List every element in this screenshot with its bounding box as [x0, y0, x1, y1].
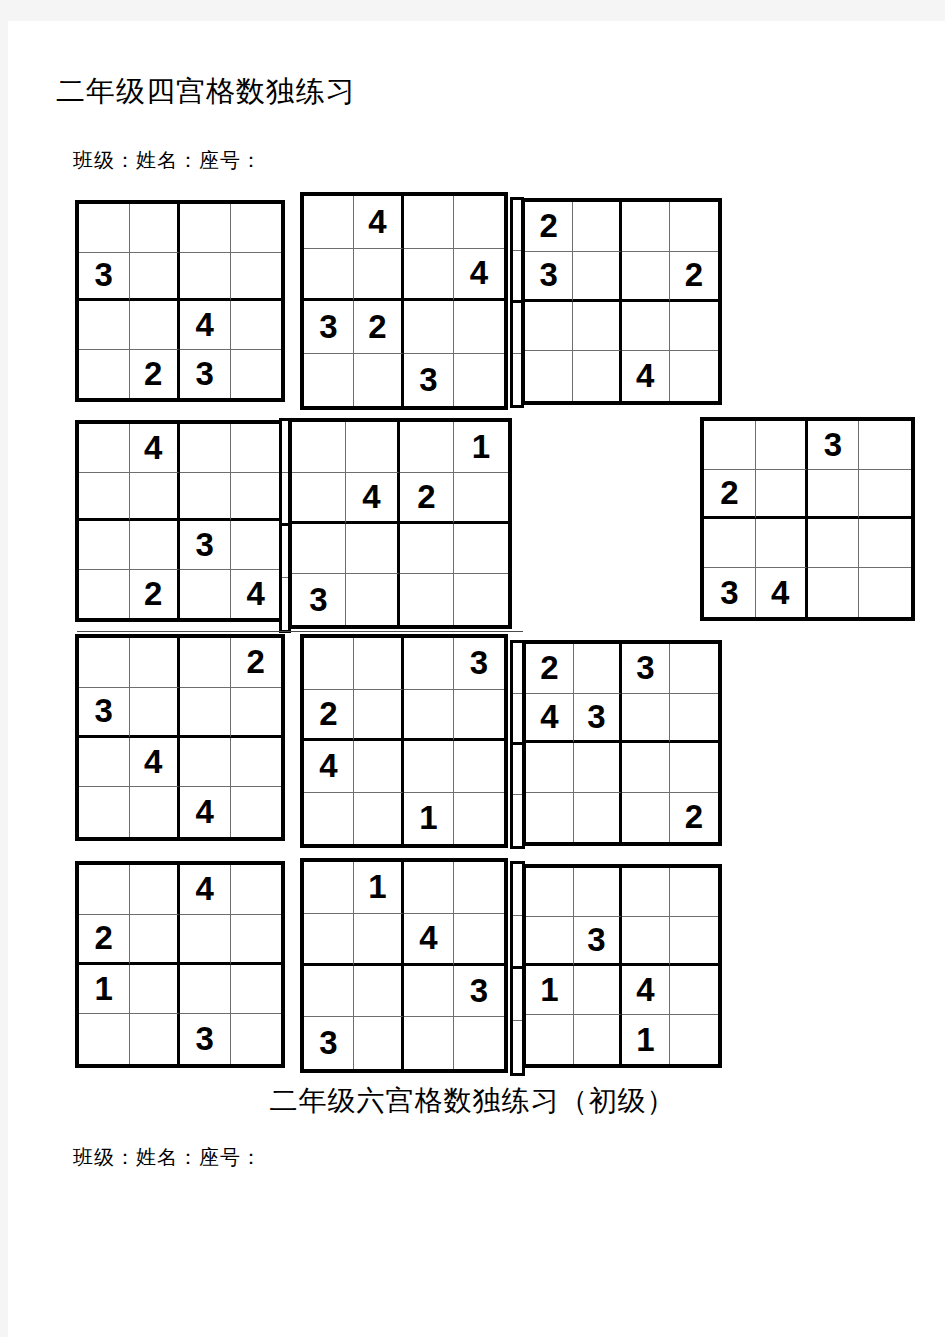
- sudoku-cell-r3c3: [404, 301, 454, 354]
- sudoku-cell-r2c1: [526, 917, 574, 966]
- class-name-seat-line-top: 班级：姓名：座号：: [73, 148, 262, 172]
- sudoku-cell-r3c2: [574, 966, 622, 1015]
- sudoku-cell-r2c1: 2: [304, 690, 354, 742]
- overlap-strip-segment: [513, 864, 522, 916]
- sudoku-cell-r4c2: [354, 1017, 404, 1069]
- sudoku-cell-r2c2: [354, 249, 404, 302]
- sudoku-cell-r4c2: [346, 574, 400, 625]
- sudoku-cell-r2c2: 3: [574, 917, 622, 966]
- sudoku-cell-r4c3: 3: [180, 350, 231, 399]
- overlap-strip-segment: [513, 354, 521, 405]
- sudoku-grid-1: 3423: [75, 200, 285, 402]
- sudoku-cell-r4c3: 3: [180, 1014, 231, 1064]
- sudoku-cell-r3c1: [79, 301, 130, 350]
- sudoku-cell-r2c2: 3: [574, 694, 622, 744]
- sudoku-cell-r3c1: [704, 519, 756, 568]
- sudoku-cell-r1c4: [454, 862, 504, 914]
- overlap-strip-segment: [282, 578, 288, 630]
- sudoku-cell-r1c2: [573, 202, 621, 252]
- overlap-strip-4: [510, 861, 525, 1076]
- sudoku-cell-r2c1: 2: [79, 915, 130, 965]
- sudoku-cell-r4c2: [130, 1014, 181, 1064]
- sudoku-cell-r2c3: [180, 473, 231, 522]
- sudoku-cell-r1c1: [79, 424, 130, 473]
- sudoku-cell-r3c4: [454, 741, 504, 793]
- sudoku-cell-r3c1: [79, 738, 130, 788]
- sudoku-cell-r3c3: [622, 743, 670, 793]
- sudoku-cell-r1c1: 2: [526, 644, 574, 694]
- sudoku-cell-r2c1: [304, 914, 354, 966]
- sudoku-cell-r3c3: 3: [180, 521, 231, 570]
- sudoku-cell-r2c3: [180, 688, 231, 738]
- sudoku-cell-r2c4: 2: [670, 252, 718, 302]
- sudoku-cell-r2c1: [292, 473, 346, 524]
- sudoku-cell-r3c2: 2: [354, 301, 404, 354]
- sudoku-cell-r3c2: [346, 524, 400, 575]
- overlap-strip-segment: [513, 969, 522, 1021]
- sudoku-cell-r1c3: 3: [808, 421, 860, 470]
- sudoku-cell-r1c4: [231, 204, 282, 253]
- sudoku-cell-r4c1: [526, 793, 574, 843]
- sudoku-cell-r3c1: 1: [526, 966, 574, 1015]
- sudoku-cell-r3c4: [670, 302, 718, 352]
- sudoku-cell-r4c4: [231, 350, 282, 399]
- sudoku-cell-r2c2: [756, 470, 808, 519]
- sudoku-cell-r2c2: [130, 253, 181, 302]
- sudoku-cell-r3c3: [180, 738, 231, 788]
- sudoku-cell-r4c3: 4: [180, 787, 231, 837]
- sudoku-cell-r4c4: [454, 1017, 504, 1069]
- sudoku-cell-r3c4: 3: [454, 966, 504, 1018]
- sudoku-cell-r1c4: [231, 424, 282, 473]
- sudoku-cell-r3c1: 1: [79, 965, 130, 1015]
- sudoku-cell-r4c1: [79, 787, 130, 837]
- sudoku-cell-r2c4: [670, 694, 718, 744]
- class-name-seat-line-bottom: 班级：姓名：座号：: [73, 1145, 262, 1169]
- sudoku-cell-r2c3: 4: [404, 914, 454, 966]
- sudoku-cell-r3c3: [400, 524, 454, 575]
- page-title-bottom: 二年级六宫格数独练习（初级）: [0, 1086, 945, 1117]
- overlap-strip-segment: [513, 1021, 522, 1073]
- sudoku-cell-r4c2: 4: [756, 568, 808, 617]
- sudoku-cell-r1c2: 1: [354, 862, 404, 914]
- sudoku-cell-r1c3: [404, 638, 454, 690]
- sudoku-cell-r1c2: 4: [130, 424, 181, 473]
- sudoku-cell-r4c3: 4: [622, 351, 670, 401]
- sudoku-cell-r2c3: 2: [400, 473, 454, 524]
- sudoku-cell-r4c3: [808, 568, 860, 617]
- sudoku-cell-r3c4: [231, 738, 282, 788]
- overlap-strip-segment: [513, 745, 522, 796]
- sudoku-grid-8: 3241: [300, 634, 508, 848]
- sudoku-cell-r2c4: 4: [454, 249, 504, 302]
- sudoku-grid-10: 4213: [75, 861, 285, 1068]
- sudoku-cell-r4c3: [404, 1017, 454, 1069]
- sudoku-cell-r2c1: 3: [79, 253, 130, 302]
- sudoku-cell-r1c2: [346, 422, 400, 473]
- sudoku-cell-r1c3: [622, 868, 670, 917]
- sudoku-cell-r4c4: [454, 574, 508, 625]
- sudoku-cell-r4c2: [130, 787, 181, 837]
- sudoku-cell-r1c2: [130, 638, 181, 688]
- sudoku-cell-r3c4: [454, 524, 508, 575]
- sudoku-cell-r2c2: [354, 914, 404, 966]
- sudoku-cell-r3c1: [526, 743, 574, 793]
- sudoku-cell-r4c1: 3: [704, 568, 756, 617]
- sudoku-cell-r1c1: [79, 638, 130, 688]
- sudoku-cell-r2c4: [231, 473, 282, 522]
- sudoku-cell-r4c4: 2: [670, 793, 718, 843]
- sudoku-cell-r2c1: [79, 473, 130, 522]
- sudoku-cell-r1c1: [292, 422, 346, 473]
- sudoku-cell-r1c4: 1: [454, 422, 508, 473]
- sudoku-cell-r1c4: 3: [454, 638, 504, 690]
- overlap-strip-segment: [513, 251, 521, 302]
- sudoku-cell-r1c4: [859, 421, 911, 470]
- sudoku-cell-r4c3: [180, 570, 231, 619]
- sudoku-cell-r3c4: [231, 965, 282, 1015]
- sudoku-cell-r2c4: [231, 688, 282, 738]
- sudoku-cell-r2c1: 2: [704, 470, 756, 519]
- table-edge-artifact: [77, 631, 523, 632]
- sudoku-cell-r2c1: 4: [526, 694, 574, 744]
- sudoku-grid-3: 2324: [521, 198, 722, 405]
- sudoku-cell-r1c3: [404, 196, 454, 249]
- sudoku-cell-r2c4: [670, 917, 718, 966]
- sudoku-cell-r1c1: [304, 638, 354, 690]
- sudoku-grid-12: 3141: [522, 864, 722, 1068]
- sudoku-cell-r3c4: [454, 301, 504, 354]
- sudoku-cell-r4c4: [454, 793, 504, 845]
- sudoku-cell-r4c1: [304, 354, 354, 407]
- sudoku-cell-r3c3: [404, 741, 454, 793]
- sudoku-cell-r4c1: [79, 350, 130, 399]
- overlap-strip-2: [279, 418, 291, 633]
- viewer-margin-top: [0, 0, 945, 21]
- sudoku-grid-4: 4324: [75, 420, 285, 622]
- sudoku-cell-r1c4: [231, 865, 282, 915]
- sudoku-cell-r3c2: [574, 743, 622, 793]
- sudoku-cell-r4c3: 1: [404, 793, 454, 845]
- sudoku-cell-r3c3: 4: [180, 301, 231, 350]
- sudoku-cell-r1c4: [454, 196, 504, 249]
- sudoku-cell-r2c3: [404, 249, 454, 302]
- sudoku-cell-r3c4: [231, 521, 282, 570]
- sudoku-grid-7: 2344: [75, 634, 285, 841]
- sudoku-cell-r1c2: [574, 644, 622, 694]
- sudoku-cell-r1c3: [622, 202, 670, 252]
- sudoku-cell-r3c3: [622, 302, 670, 352]
- overlap-strip-segment: [282, 526, 288, 578]
- sudoku-cell-r3c4: [231, 301, 282, 350]
- sudoku-cell-r2c3: [180, 915, 231, 965]
- sudoku-cell-r3c4: [670, 966, 718, 1015]
- overlap-strip-3: [510, 640, 525, 849]
- sudoku-cell-r4c2: 2: [130, 570, 181, 619]
- sudoku-cell-r4c2: [354, 354, 404, 407]
- sudoku-cell-r1c1: [526, 868, 574, 917]
- sudoku-cell-r2c3: [404, 690, 454, 742]
- sudoku-cell-r1c4: [670, 202, 718, 252]
- sudoku-cell-r4c4: [859, 568, 911, 617]
- sudoku-cell-r2c4: [859, 470, 911, 519]
- sudoku-cell-r1c4: [670, 868, 718, 917]
- sudoku-cell-r1c2: [574, 868, 622, 917]
- sudoku-grid-11: 1433: [300, 858, 508, 1073]
- sudoku-cell-r4c2: [354, 793, 404, 845]
- sudoku-cell-r1c4: [670, 644, 718, 694]
- sudoku-cell-r4c1: [526, 1015, 574, 1064]
- sudoku-cell-r2c2: 4: [346, 473, 400, 524]
- sudoku-cell-r3c2: [130, 965, 181, 1015]
- sudoku-cell-r4c4: [231, 1014, 282, 1064]
- sudoku-cell-r2c3: [622, 917, 670, 966]
- sudoku-cell-r3c1: [292, 524, 346, 575]
- sudoku-cell-r3c1: 4: [304, 741, 354, 793]
- sudoku-cell-r4c4: [231, 787, 282, 837]
- sudoku-cell-r2c4: [231, 253, 282, 302]
- sudoku-cell-r3c2: [130, 301, 181, 350]
- sudoku-cell-r3c4: [859, 519, 911, 568]
- sudoku-cell-r1c3: 3: [622, 644, 670, 694]
- sudoku-cell-r1c2: [756, 421, 808, 470]
- sudoku-cell-r4c3: [400, 574, 454, 625]
- overlap-strip-segment: [513, 643, 522, 694]
- sudoku-cell-r2c1: [304, 249, 354, 302]
- sudoku-cell-r4c1: 3: [292, 574, 346, 625]
- sudoku-cell-r1c2: [354, 638, 404, 690]
- sudoku-cell-r3c2: [130, 521, 181, 570]
- sudoku-cell-r2c3: [622, 694, 670, 744]
- sudoku-cell-r1c3: [180, 424, 231, 473]
- overlap-strip-1: [510, 197, 524, 408]
- sudoku-cell-r3c3: [808, 519, 860, 568]
- sudoku-cell-r1c1: [304, 196, 354, 249]
- sudoku-cell-r1c3: [404, 862, 454, 914]
- sudoku-cell-r2c3: [622, 252, 670, 302]
- sudoku-cell-r3c3: [404, 966, 454, 1018]
- sudoku-cell-r1c3: 4: [180, 865, 231, 915]
- sudoku-cell-r2c1: 3: [79, 688, 130, 738]
- sudoku-cell-r4c3: 3: [404, 354, 454, 407]
- sudoku-cell-r4c1: [304, 793, 354, 845]
- sudoku-cell-r1c2: [130, 204, 181, 253]
- sudoku-cell-r2c3: [180, 253, 231, 302]
- sudoku-cell-r3c2: [354, 741, 404, 793]
- sudoku-cell-r1c3: [400, 422, 454, 473]
- overlap-strip-segment: [513, 795, 522, 846]
- sudoku-cell-r2c1: 3: [525, 252, 573, 302]
- sudoku-cell-r1c3: [180, 204, 231, 253]
- sudoku-cell-r2c4: [231, 915, 282, 965]
- sudoku-cell-r1c1: [79, 865, 130, 915]
- sudoku-cell-r3c3: 4: [622, 966, 670, 1015]
- sudoku-cell-r4c1: [79, 1014, 130, 1064]
- sudoku-cell-r1c2: 4: [354, 196, 404, 249]
- sudoku-cell-r1c4: 2: [231, 638, 282, 688]
- sudoku-cell-r4c2: 2: [130, 350, 181, 399]
- sudoku-cell-r1c3: [180, 638, 231, 688]
- sudoku-cell-r3c4: [670, 743, 718, 793]
- sudoku-cell-r3c2: 4: [130, 738, 181, 788]
- sudoku-cell-r4c1: 3: [304, 1017, 354, 1069]
- sudoku-cell-r1c1: [304, 862, 354, 914]
- sudoku-cell-r2c4: [454, 473, 508, 524]
- sudoku-cell-r4c1: [525, 351, 573, 401]
- overlap-strip-segment: [282, 421, 288, 473]
- page-title-top: 二年级四宫格数独练习: [56, 76, 356, 108]
- sudoku-cell-r1c1: [704, 421, 756, 470]
- sudoku-cell-r1c2: [130, 865, 181, 915]
- sudoku-cell-r3c2: [354, 966, 404, 1018]
- sudoku-cell-r4c4: [454, 354, 504, 407]
- sudoku-cell-r1c1: [79, 204, 130, 253]
- sudoku-grid-2: 44323: [300, 192, 508, 410]
- sudoku-grid-5: 1423: [288, 418, 512, 629]
- sudoku-cell-r4c4: 4: [231, 570, 282, 619]
- sudoku-cell-r3c2: [756, 519, 808, 568]
- viewer-margin-left: [0, 0, 8, 1337]
- overlap-strip-segment: [513, 916, 522, 968]
- sudoku-cell-r3c1: [525, 302, 573, 352]
- sudoku-cell-r3c3: [180, 965, 231, 1015]
- sudoku-cell-r3c1: [79, 521, 130, 570]
- sudoku-cell-r2c4: [454, 914, 504, 966]
- sudoku-grid-9: 23432: [522, 640, 722, 846]
- sudoku-cell-r4c3: 1: [622, 1015, 670, 1064]
- sudoku-cell-r2c2: [130, 915, 181, 965]
- sudoku-cell-r2c2: [354, 690, 404, 742]
- sudoku-cell-r1c1: 2: [525, 202, 573, 252]
- sudoku-cell-r3c2: [573, 302, 621, 352]
- sudoku-cell-r2c2: [130, 473, 181, 522]
- sudoku-cell-r2c2: [573, 252, 621, 302]
- sudoku-cell-r4c1: [79, 570, 130, 619]
- sudoku-cell-r3c1: 3: [304, 301, 354, 354]
- sudoku-cell-r3c1: [304, 966, 354, 1018]
- overlap-strip-segment: [282, 473, 288, 525]
- sudoku-grid-6: 3234: [700, 417, 915, 621]
- overlap-strip-segment: [513, 694, 522, 745]
- sudoku-cell-r2c4: [454, 690, 504, 742]
- sudoku-cell-r4c2: [573, 351, 621, 401]
- sudoku-cell-r2c3: [808, 470, 860, 519]
- sudoku-cell-r4c2: [574, 793, 622, 843]
- sudoku-cell-r4c4: [670, 1015, 718, 1064]
- sudoku-cell-r4c3: [622, 793, 670, 843]
- sudoku-cell-r2c2: [130, 688, 181, 738]
- sudoku-cell-r4c4: [670, 351, 718, 401]
- overlap-strip-segment: [513, 200, 521, 251]
- sudoku-cell-r4c2: [574, 1015, 622, 1064]
- overlap-strip-segment: [513, 303, 521, 354]
